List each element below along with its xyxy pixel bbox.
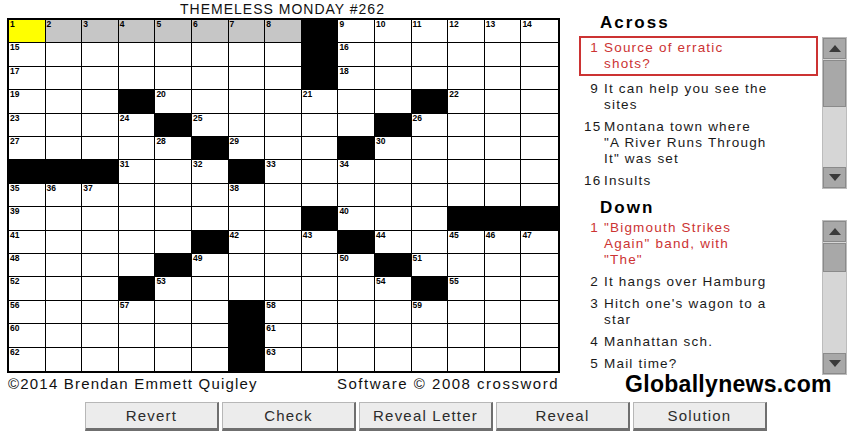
cell-r14c2[interactable] bbox=[46, 324, 83, 347]
cell-number: 28 bbox=[156, 137, 165, 146]
cell-r2c3[interactable] bbox=[82, 43, 119, 66]
cell-r13c9[interactable] bbox=[302, 301, 339, 324]
cell-r15c11[interactable] bbox=[375, 348, 412, 371]
cell-r6c13[interactable] bbox=[448, 137, 485, 160]
cell-r10c8[interactable] bbox=[265, 231, 302, 254]
cell-number: 54 bbox=[376, 277, 385, 286]
cell-r4c8[interactable] bbox=[265, 90, 302, 113]
cell-number: 5 bbox=[156, 20, 161, 29]
cell-r1c7[interactable]: 7 bbox=[229, 20, 266, 43]
cell-r13c4[interactable]: 57 bbox=[119, 301, 156, 324]
cell-number: 1 bbox=[10, 20, 15, 29]
cell-r3c7[interactable] bbox=[229, 67, 266, 90]
cell-r1c1-cursor[interactable]: 1 bbox=[9, 20, 46, 43]
cell-r4c5[interactable]: 20 bbox=[155, 90, 192, 113]
cell-r8c3[interactable]: 37 bbox=[82, 184, 119, 207]
cell-r10c3[interactable] bbox=[82, 231, 119, 254]
cell-r1c8[interactable]: 8 bbox=[265, 20, 302, 43]
cell-number: 44 bbox=[376, 231, 385, 240]
cell-r5c13[interactable] bbox=[448, 114, 485, 137]
cell-r7c11[interactable] bbox=[375, 160, 412, 183]
cell-r11c10[interactable]: 50 bbox=[338, 254, 375, 277]
cell-number: 16 bbox=[339, 43, 348, 52]
clue-text: Montana town where "A River Runs Through… bbox=[604, 119, 767, 167]
cell-number: 20 bbox=[156, 90, 165, 99]
cell-r10c7[interactable]: 42 bbox=[229, 231, 266, 254]
cell-r5c3[interactable] bbox=[82, 114, 119, 137]
cell-r9c12[interactable] bbox=[412, 207, 449, 230]
cell-r2c4[interactable] bbox=[119, 43, 156, 66]
cell-r6c10 bbox=[338, 137, 375, 160]
cell-r15c13[interactable] bbox=[448, 348, 485, 371]
cell-r15c14[interactable] bbox=[485, 348, 522, 371]
down-clue-1[interactable]: 1"Bigmouth Strikes Again" band, with "Th… bbox=[584, 220, 818, 268]
cell-r11c1[interactable]: 48 bbox=[9, 254, 46, 277]
cell-r7c9[interactable] bbox=[302, 160, 339, 183]
cell-r7c2 bbox=[46, 160, 83, 183]
down-scrollbar[interactable] bbox=[822, 220, 847, 375]
cell-r4c6[interactable] bbox=[192, 90, 229, 113]
cell-r10c9[interactable]: 43 bbox=[302, 231, 339, 254]
cell-r12c8[interactable] bbox=[265, 277, 302, 300]
cell-r11c6[interactable]: 49 bbox=[192, 254, 229, 277]
cell-r12c6[interactable] bbox=[192, 277, 229, 300]
cell-r11c15[interactable] bbox=[521, 254, 558, 277]
cell-r4c13[interactable]: 22 bbox=[448, 90, 485, 113]
cell-r12c13[interactable]: 55 bbox=[448, 277, 485, 300]
cell-r13c13[interactable] bbox=[448, 301, 485, 324]
cell-r10c11[interactable]: 44 bbox=[375, 231, 412, 254]
cell-r12c2[interactable] bbox=[46, 277, 83, 300]
cell-r14c9[interactable] bbox=[302, 324, 339, 347]
cell-r2c10[interactable]: 16 bbox=[338, 43, 375, 66]
clue-number: 9 bbox=[584, 81, 599, 113]
cell-r14c13[interactable] bbox=[448, 324, 485, 347]
arrow-up-icon bbox=[829, 45, 841, 52]
revert-button[interactable]: Revert bbox=[85, 402, 219, 431]
cell-r5c8[interactable] bbox=[265, 114, 302, 137]
cell-r7c1 bbox=[9, 160, 46, 183]
down-scroll-up-button[interactable] bbox=[823, 221, 846, 242]
solution-button[interactable]: Solution bbox=[633, 402, 767, 431]
cell-r6c15[interactable] bbox=[521, 137, 558, 160]
cell-r3c13[interactable] bbox=[448, 67, 485, 90]
cell-r15c5[interactable] bbox=[155, 348, 192, 371]
cell-r9c1[interactable]: 39 bbox=[9, 207, 46, 230]
reveal-letter-button[interactable]: Reveal Letter bbox=[359, 402, 493, 431]
cell-r9c11[interactable] bbox=[375, 207, 412, 230]
cell-r4c14[interactable] bbox=[485, 90, 522, 113]
cell-r3c3[interactable] bbox=[82, 67, 119, 90]
cell-r13c6[interactable] bbox=[192, 301, 229, 324]
cell-r9c9 bbox=[302, 207, 339, 230]
cell-r13c11[interactable] bbox=[375, 301, 412, 324]
cell-r4c10[interactable] bbox=[338, 90, 375, 113]
cell-r8c11[interactable] bbox=[375, 184, 412, 207]
cell-r10c15[interactable]: 47 bbox=[521, 231, 558, 254]
across-scroll-up-button[interactable] bbox=[823, 38, 846, 59]
cell-r8c10[interactable] bbox=[338, 184, 375, 207]
cell-r3c6[interactable] bbox=[192, 67, 229, 90]
cell-r8c2[interactable]: 36 bbox=[46, 184, 83, 207]
cell-r14c15[interactable] bbox=[521, 324, 558, 347]
cell-r1c15[interactable]: 14 bbox=[521, 20, 558, 43]
cell-r8c8[interactable] bbox=[265, 184, 302, 207]
cell-number: 29 bbox=[230, 137, 239, 146]
cell-r11c7[interactable] bbox=[229, 254, 266, 277]
cell-number: 58 bbox=[266, 301, 275, 310]
cell-number: 21 bbox=[303, 90, 312, 99]
cell-number: 11 bbox=[413, 20, 422, 29]
cell-r1c5[interactable]: 5 bbox=[155, 20, 192, 43]
cell-r5c15[interactable] bbox=[521, 114, 558, 137]
watermark-text: Globallynews.com bbox=[625, 371, 832, 398]
cell-r14c12[interactable] bbox=[412, 324, 449, 347]
cell-r13c15[interactable] bbox=[521, 301, 558, 324]
cell-r2c1[interactable]: 15 bbox=[9, 43, 46, 66]
cell-r3c12[interactable] bbox=[412, 67, 449, 90]
across-clue-9[interactable]: 9It can help you see the sites bbox=[584, 81, 818, 113]
cell-r4c4 bbox=[119, 90, 156, 113]
cell-r10c2[interactable] bbox=[46, 231, 83, 254]
cell-r6c8[interactable] bbox=[265, 137, 302, 160]
cell-number: 56 bbox=[10, 301, 19, 310]
cell-r8c4[interactable] bbox=[119, 184, 156, 207]
cell-r5c4[interactable]: 24 bbox=[119, 114, 156, 137]
clue-number: 2 bbox=[584, 274, 599, 290]
cell-r11c4[interactable] bbox=[119, 254, 156, 277]
cell-number: 17 bbox=[10, 67, 19, 76]
crossword-app: THEMELESS MONDAY #262 123456789101112131… bbox=[0, 0, 860, 444]
cell-r11c2[interactable] bbox=[46, 254, 83, 277]
cell-r14c3[interactable] bbox=[82, 324, 119, 347]
cell-r7c4[interactable]: 31 bbox=[119, 160, 156, 183]
cell-r2c5[interactable] bbox=[155, 43, 192, 66]
cell-r8c14[interactable] bbox=[485, 184, 522, 207]
cell-r13c3[interactable] bbox=[82, 301, 119, 324]
cell-number: 10 bbox=[376, 20, 385, 29]
cell-r7c14[interactable] bbox=[485, 160, 522, 183]
cell-r15c2[interactable] bbox=[46, 348, 83, 371]
cell-r9c3[interactable] bbox=[82, 207, 119, 230]
cell-r2c7[interactable] bbox=[229, 43, 266, 66]
cell-r15c3[interactable] bbox=[82, 348, 119, 371]
cell-number: 13 bbox=[486, 20, 495, 29]
cell-r7c12[interactable] bbox=[412, 160, 449, 183]
cell-r11c3[interactable] bbox=[82, 254, 119, 277]
cell-r6c2[interactable] bbox=[46, 137, 83, 160]
cell-r9c2[interactable] bbox=[46, 207, 83, 230]
cell-r2c13[interactable] bbox=[448, 43, 485, 66]
check-button[interactable]: Check bbox=[222, 402, 356, 431]
cell-number: 38 bbox=[230, 184, 239, 193]
cell-r6c9[interactable] bbox=[302, 137, 339, 160]
cell-r3c2[interactable] bbox=[46, 67, 83, 90]
cell-number: 31 bbox=[120, 160, 129, 169]
cell-r8c1[interactable]: 35 bbox=[9, 184, 46, 207]
cell-r5c1[interactable]: 23 bbox=[9, 114, 46, 137]
cell-r9c4[interactable] bbox=[119, 207, 156, 230]
cell-r1c3[interactable]: 3 bbox=[82, 20, 119, 43]
cell-r8c5[interactable] bbox=[155, 184, 192, 207]
clue-text: Insults bbox=[604, 173, 651, 189]
clue-text: It hangs over Hamburg bbox=[604, 274, 767, 290]
cell-r1c6[interactable]: 6 bbox=[192, 20, 229, 43]
cell-number: 33 bbox=[266, 160, 275, 169]
cell-r9c5[interactable] bbox=[155, 207, 192, 230]
across-scrollbar-thumb[interactable] bbox=[823, 60, 846, 107]
cell-r14c7 bbox=[229, 324, 266, 347]
cell-number: 35 bbox=[10, 184, 19, 193]
cell-r6c1[interactable]: 27 bbox=[9, 137, 46, 160]
cell-r10c4[interactable] bbox=[119, 231, 156, 254]
cell-r5c6[interactable]: 25 bbox=[192, 114, 229, 137]
cell-r13c14[interactable] bbox=[485, 301, 522, 324]
across-clue-list: 1Source of erratic shots?9It can help yo… bbox=[584, 36, 818, 195]
cell-r12c3[interactable] bbox=[82, 277, 119, 300]
cell-number: 18 bbox=[339, 67, 348, 76]
cell-r15c4[interactable] bbox=[119, 348, 156, 371]
cell-r15c8[interactable]: 63 bbox=[265, 348, 302, 371]
cell-r6c7[interactable]: 29 bbox=[229, 137, 266, 160]
cell-number: 62 bbox=[10, 348, 19, 357]
cell-r8c15[interactable] bbox=[521, 184, 558, 207]
cell-r7c7 bbox=[229, 160, 266, 183]
cell-number: 45 bbox=[449, 231, 458, 240]
cell-r12c4 bbox=[119, 277, 156, 300]
cell-r2c15[interactable] bbox=[521, 43, 558, 66]
cell-r15c1[interactable]: 62 bbox=[9, 348, 46, 371]
cell-r9c14 bbox=[485, 207, 522, 230]
cell-r11c8[interactable] bbox=[265, 254, 302, 277]
cell-r1c10[interactable]: 9 bbox=[338, 20, 375, 43]
cell-r7c15[interactable] bbox=[521, 160, 558, 183]
clue-text: Source of erratic shots? bbox=[604, 40, 723, 72]
cell-r13c10[interactable] bbox=[338, 301, 375, 324]
cell-r12c9[interactable] bbox=[302, 277, 339, 300]
cell-r2c11[interactable] bbox=[375, 43, 412, 66]
down-scrollbar-thumb[interactable] bbox=[823, 243, 846, 272]
cell-r2c12[interactable] bbox=[412, 43, 449, 66]
cell-r6c11[interactable]: 30 bbox=[375, 137, 412, 160]
cell-r14c4[interactable] bbox=[119, 324, 156, 347]
down-clue-2[interactable]: 2It hangs over Hamburg bbox=[584, 274, 818, 290]
cell-r13c2[interactable] bbox=[46, 301, 83, 324]
cell-r3c1[interactable]: 17 bbox=[9, 67, 46, 90]
cell-r13c12[interactable]: 59 bbox=[412, 301, 449, 324]
cell-r14c1[interactable]: 60 bbox=[9, 324, 46, 347]
cell-r15c7 bbox=[229, 348, 266, 371]
cell-r12c11[interactable]: 54 bbox=[375, 277, 412, 300]
clue-number: 5 bbox=[584, 356, 599, 372]
puzzle-title: THEMELESS MONDAY #262 bbox=[7, 1, 558, 17]
down-clue-4[interactable]: 4Manhattan sch. bbox=[584, 334, 818, 350]
cell-r5c2[interactable] bbox=[46, 114, 83, 137]
cell-number: 52 bbox=[10, 277, 19, 286]
cell-number: 12 bbox=[449, 20, 458, 29]
down-clue-3[interactable]: 3Hitch one's wagon to a star bbox=[584, 296, 818, 328]
cell-number: 43 bbox=[303, 231, 312, 240]
arrow-up-icon bbox=[829, 228, 841, 235]
cell-r8c6[interactable] bbox=[192, 184, 229, 207]
cell-r12c7[interactable] bbox=[229, 277, 266, 300]
cell-r10c12[interactable] bbox=[412, 231, 449, 254]
cell-r2c6[interactable] bbox=[192, 43, 229, 66]
cell-r6c3[interactable] bbox=[82, 137, 119, 160]
cell-number: 26 bbox=[413, 114, 422, 123]
control-buttons: RevertCheckReveal LetterRevealSolution bbox=[85, 402, 767, 431]
clue-text: "Bigmouth Strikes Again" band, with "The… bbox=[604, 220, 731, 268]
cell-r4c15[interactable] bbox=[521, 90, 558, 113]
across-clue-1[interactable]: 1Source of erratic shots? bbox=[579, 36, 818, 76]
cell-r9c10[interactable]: 40 bbox=[338, 207, 375, 230]
cell-r9c15 bbox=[521, 207, 558, 230]
cell-number: 46 bbox=[486, 231, 495, 240]
cell-r13c8[interactable]: 58 bbox=[265, 301, 302, 324]
cell-r1c11[interactable]: 10 bbox=[375, 20, 412, 43]
cell-r9c7[interactable] bbox=[229, 207, 266, 230]
cell-number: 63 bbox=[266, 348, 275, 357]
cell-r11c5 bbox=[155, 254, 192, 277]
cell-r11c9[interactable] bbox=[302, 254, 339, 277]
cell-r6c12[interactable] bbox=[412, 137, 449, 160]
cell-r4c1[interactable]: 19 bbox=[9, 90, 46, 113]
cell-r13c5[interactable] bbox=[155, 301, 192, 324]
cell-r14c14[interactable] bbox=[485, 324, 522, 347]
cell-number: 60 bbox=[10, 324, 19, 333]
cell-r15c10[interactable] bbox=[338, 348, 375, 371]
cell-r8c12[interactable] bbox=[412, 184, 449, 207]
across-clue-16[interactable]: 16Insults bbox=[584, 173, 818, 189]
cell-r7c6[interactable]: 32 bbox=[192, 160, 229, 183]
cell-r14c10[interactable] bbox=[338, 324, 375, 347]
cell-r1c4[interactable]: 4 bbox=[119, 20, 156, 43]
clue-number: 4 bbox=[584, 334, 599, 350]
cell-number: 8 bbox=[266, 20, 271, 29]
reveal-button[interactable]: Reveal bbox=[496, 402, 630, 431]
cell-r8c9[interactable] bbox=[302, 184, 339, 207]
cell-r4c9[interactable]: 21 bbox=[302, 90, 339, 113]
across-scrollbar[interactable] bbox=[822, 37, 847, 189]
cell-r4c2[interactable] bbox=[46, 90, 83, 113]
cell-r3c11[interactable] bbox=[375, 67, 412, 90]
cell-r3c5[interactable] bbox=[155, 67, 192, 90]
cell-r4c11[interactable] bbox=[375, 90, 412, 113]
arrow-down-icon bbox=[829, 174, 841, 181]
cell-r2c14[interactable] bbox=[485, 43, 522, 66]
cell-r11c12[interactable]: 51 bbox=[412, 254, 449, 277]
cell-number: 6 bbox=[193, 20, 198, 29]
cell-r5c7[interactable] bbox=[229, 114, 266, 137]
cell-r3c10[interactable]: 18 bbox=[338, 67, 375, 90]
cell-r3c4[interactable] bbox=[119, 67, 156, 90]
clue-text: Manhattan sch. bbox=[604, 334, 713, 350]
cell-r4c3[interactable] bbox=[82, 90, 119, 113]
cell-r6c5[interactable]: 28 bbox=[155, 137, 192, 160]
cell-r15c9[interactable] bbox=[302, 348, 339, 371]
down-clue-list: 1"Bigmouth Strikes Again" band, with "Th… bbox=[584, 220, 818, 378]
software-credit: Software © 2008 crossword bbox=[337, 375, 559, 392]
across-header: Across bbox=[600, 13, 670, 33]
cell-r5c14[interactable] bbox=[485, 114, 522, 137]
cell-r12c10[interactable] bbox=[338, 277, 375, 300]
cell-r15c12[interactable] bbox=[412, 348, 449, 371]
clue-number: 1 bbox=[584, 40, 599, 72]
cell-r3c14[interactable] bbox=[485, 67, 522, 90]
cell-r12c14[interactable] bbox=[485, 277, 522, 300]
cell-r8c13[interactable] bbox=[448, 184, 485, 207]
cell-r2c8[interactable] bbox=[265, 43, 302, 66]
down-clue-5[interactable]: 5Mail time? bbox=[584, 356, 818, 372]
cell-r4c7[interactable] bbox=[229, 90, 266, 113]
cell-r2c2[interactable] bbox=[46, 43, 83, 66]
cell-r10c14[interactable]: 46 bbox=[485, 231, 522, 254]
cell-r15c15[interactable] bbox=[521, 348, 558, 371]
cell-number: 51 bbox=[413, 254, 422, 263]
cell-r1c2[interactable]: 2 bbox=[46, 20, 83, 43]
cell-number: 4 bbox=[120, 20, 125, 29]
cell-r9c8[interactable] bbox=[265, 207, 302, 230]
cell-r11c13[interactable] bbox=[448, 254, 485, 277]
cell-r15c6[interactable] bbox=[192, 348, 229, 371]
cell-r5c9[interactable] bbox=[302, 114, 339, 137]
cell-r10c10 bbox=[338, 231, 375, 254]
cell-number: 57 bbox=[120, 301, 129, 310]
cell-r3c8[interactable] bbox=[265, 67, 302, 90]
arrow-down-icon bbox=[829, 360, 841, 367]
cell-number: 47 bbox=[522, 231, 531, 240]
cell-r10c1[interactable]: 41 bbox=[9, 231, 46, 254]
cell-number: 48 bbox=[10, 254, 19, 263]
cell-r1c14[interactable]: 13 bbox=[485, 20, 522, 43]
cell-r10c5[interactable] bbox=[155, 231, 192, 254]
cell-r12c5[interactable]: 53 bbox=[155, 277, 192, 300]
cell-r14c11[interactable] bbox=[375, 324, 412, 347]
cell-r7c5[interactable] bbox=[155, 160, 192, 183]
cell-r4c12 bbox=[412, 90, 449, 113]
cell-r5c5 bbox=[155, 114, 192, 137]
cell-r5c12[interactable]: 26 bbox=[412, 114, 449, 137]
cell-r14c5[interactable] bbox=[155, 324, 192, 347]
cell-number: 55 bbox=[449, 277, 458, 286]
cell-number: 53 bbox=[156, 277, 165, 286]
cell-r6c14[interactable] bbox=[485, 137, 522, 160]
cell-number: 41 bbox=[10, 231, 19, 240]
cell-r7c10[interactable]: 34 bbox=[338, 160, 375, 183]
cell-r8c7[interactable]: 38 bbox=[229, 184, 266, 207]
cell-r5c10[interactable] bbox=[338, 114, 375, 137]
cell-r10c13[interactable]: 45 bbox=[448, 231, 485, 254]
cell-r13c1[interactable]: 56 bbox=[9, 301, 46, 324]
cell-r11c14[interactable] bbox=[485, 254, 522, 277]
cell-r7c8[interactable]: 33 bbox=[265, 160, 302, 183]
cell-number: 22 bbox=[449, 90, 458, 99]
author-copyright: ©2014 Brendan Emmett Quigley bbox=[8, 375, 258, 392]
cell-r14c8[interactable]: 61 bbox=[265, 324, 302, 347]
cell-r6c4[interactable] bbox=[119, 137, 156, 160]
cell-r14c6[interactable] bbox=[192, 324, 229, 347]
across-clue-15[interactable]: 15Montana town where "A River Runs Throu… bbox=[584, 119, 818, 167]
cell-r1c13[interactable]: 12 bbox=[448, 20, 485, 43]
cell-r7c13[interactable] bbox=[448, 160, 485, 183]
cell-r1c12[interactable]: 11 bbox=[412, 20, 449, 43]
cell-r9c6[interactable] bbox=[192, 207, 229, 230]
cell-number: 3 bbox=[83, 20, 88, 29]
cell-r12c15[interactable] bbox=[521, 277, 558, 300]
cell-r3c15[interactable] bbox=[521, 67, 558, 90]
cell-r12c1[interactable]: 52 bbox=[9, 277, 46, 300]
across-scroll-down-button[interactable] bbox=[823, 167, 846, 188]
